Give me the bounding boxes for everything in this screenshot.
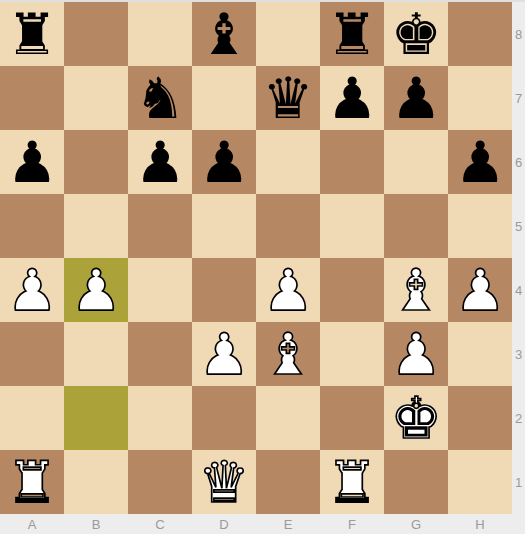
square-a5[interactable] xyxy=(0,194,64,258)
rank-labels: 87654321 xyxy=(512,2,525,514)
square-g3[interactable]: ♟ xyxy=(384,322,448,386)
square-h8[interactable] xyxy=(448,2,512,66)
square-f8[interactable]: ♜ xyxy=(320,2,384,66)
square-e3[interactable]: ♝ xyxy=(256,322,320,386)
file-label-a: A xyxy=(0,514,64,534)
square-f6[interactable] xyxy=(320,130,384,194)
piece-white-rook[interactable]: ♜ xyxy=(6,450,57,514)
piece-white-pawn[interactable]: ♟ xyxy=(70,258,121,322)
square-b1[interactable] xyxy=(64,450,128,514)
rank-label-4: 4 xyxy=(512,258,525,322)
square-a1[interactable]: ♜ xyxy=(0,450,64,514)
square-e4[interactable]: ♟ xyxy=(256,258,320,322)
square-h1[interactable] xyxy=(448,450,512,514)
square-d4[interactable] xyxy=(192,258,256,322)
square-a2[interactable] xyxy=(0,386,64,450)
square-b3[interactable] xyxy=(64,322,128,386)
piece-black-pawn[interactable]: ♟ xyxy=(454,130,505,194)
square-e7[interactable]: ♛ xyxy=(256,66,320,130)
square-e2[interactable] xyxy=(256,386,320,450)
piece-white-bishop[interactable]: ♝ xyxy=(390,258,441,322)
square-c2[interactable] xyxy=(128,386,192,450)
square-d2[interactable] xyxy=(192,386,256,450)
piece-black-bishop[interactable]: ♝ xyxy=(198,2,249,66)
piece-white-pawn[interactable]: ♟ xyxy=(390,322,441,386)
square-c6[interactable]: ♟ xyxy=(128,130,192,194)
piece-white-pawn[interactable]: ♟ xyxy=(262,258,313,322)
square-h2[interactable] xyxy=(448,386,512,450)
piece-black-king[interactable]: ♚ xyxy=(390,2,441,66)
square-a4[interactable]: ♟ xyxy=(0,258,64,322)
file-label-c: C xyxy=(128,514,192,534)
square-f1[interactable]: ♜ xyxy=(320,450,384,514)
square-g5[interactable] xyxy=(384,194,448,258)
chess-board: ♜♝♜♚♞♛♟♟♟♟♟♟♟♟♟♝♟♟♝♟♚♜♛♜ xyxy=(0,2,512,514)
file-labels: ABCDEFGH xyxy=(0,514,512,534)
square-f3[interactable] xyxy=(320,322,384,386)
square-g2[interactable]: ♚ xyxy=(384,386,448,450)
rank-label-2: 2 xyxy=(512,386,525,450)
square-c8[interactable] xyxy=(128,2,192,66)
piece-white-pawn[interactable]: ♟ xyxy=(6,258,57,322)
square-e6[interactable] xyxy=(256,130,320,194)
square-b2[interactable] xyxy=(64,386,128,450)
square-d8[interactable]: ♝ xyxy=(192,2,256,66)
square-c1[interactable] xyxy=(128,450,192,514)
piece-black-pawn[interactable]: ♟ xyxy=(198,130,249,194)
square-d1[interactable]: ♛ xyxy=(192,450,256,514)
square-c4[interactable] xyxy=(128,258,192,322)
file-label-g: G xyxy=(384,514,448,534)
chess-app-screen: ♜♝♜♚♞♛♟♟♟♟♟♟♟♟♟♝♟♟♝♟♚♜♛♜ 87654321 ABCDEF… xyxy=(0,0,525,534)
piece-white-pawn[interactable]: ♟ xyxy=(454,258,505,322)
file-label-b: B xyxy=(64,514,128,534)
square-f7[interactable]: ♟ xyxy=(320,66,384,130)
square-d6[interactable]: ♟ xyxy=(192,130,256,194)
piece-black-pawn[interactable]: ♟ xyxy=(326,66,377,130)
square-b5[interactable] xyxy=(64,194,128,258)
square-h6[interactable]: ♟ xyxy=(448,130,512,194)
square-b8[interactable] xyxy=(64,2,128,66)
bottom-strip: ABCDEFGH xyxy=(0,514,525,534)
rank-label-7: 7 xyxy=(512,66,525,130)
piece-black-knight[interactable]: ♞ xyxy=(134,66,185,130)
square-b4[interactable]: ♟ xyxy=(64,258,128,322)
piece-white-queen[interactable]: ♛ xyxy=(198,450,249,514)
file-label-d: D xyxy=(192,514,256,534)
square-e8[interactable] xyxy=(256,2,320,66)
square-c5[interactable] xyxy=(128,194,192,258)
square-g1[interactable] xyxy=(384,450,448,514)
square-a8[interactable]: ♜ xyxy=(0,2,64,66)
file-label-e: E xyxy=(256,514,320,534)
square-e1[interactable] xyxy=(256,450,320,514)
square-h7[interactable] xyxy=(448,66,512,130)
piece-white-pawn[interactable]: ♟ xyxy=(198,322,249,386)
square-f4[interactable] xyxy=(320,258,384,322)
square-h4[interactable]: ♟ xyxy=(448,258,512,322)
piece-black-pawn[interactable]: ♟ xyxy=(390,66,441,130)
square-d5[interactable] xyxy=(192,194,256,258)
piece-black-rook[interactable]: ♜ xyxy=(6,2,57,66)
square-b7[interactable] xyxy=(64,66,128,130)
square-g6[interactable] xyxy=(384,130,448,194)
file-label-f: F xyxy=(320,514,384,534)
file-label-h: H xyxy=(448,514,512,534)
rank-label-5: 5 xyxy=(512,194,525,258)
square-h3[interactable] xyxy=(448,322,512,386)
square-g7[interactable]: ♟ xyxy=(384,66,448,130)
square-c7[interactable]: ♞ xyxy=(128,66,192,130)
piece-black-pawn[interactable]: ♟ xyxy=(134,130,185,194)
square-h5[interactable] xyxy=(448,194,512,258)
piece-white-king[interactable]: ♚ xyxy=(390,386,441,450)
rank-label-1: 1 xyxy=(512,450,525,514)
piece-white-bishop[interactable]: ♝ xyxy=(262,322,313,386)
square-c3[interactable] xyxy=(128,322,192,386)
piece-white-rook[interactable]: ♜ xyxy=(326,450,377,514)
square-a6[interactable]: ♟ xyxy=(0,130,64,194)
piece-black-queen[interactable]: ♛ xyxy=(262,66,313,130)
square-a7[interactable] xyxy=(0,66,64,130)
rank-label-3: 3 xyxy=(512,322,525,386)
rank-label-8: 8 xyxy=(512,2,525,66)
rank-label-6: 6 xyxy=(512,130,525,194)
square-a3[interactable] xyxy=(0,322,64,386)
piece-black-rook[interactable]: ♜ xyxy=(326,2,377,66)
square-f2[interactable] xyxy=(320,386,384,450)
square-g8[interactable]: ♚ xyxy=(384,2,448,66)
square-e5[interactable] xyxy=(256,194,320,258)
square-b6[interactable] xyxy=(64,130,128,194)
piece-black-pawn[interactable]: ♟ xyxy=(6,130,57,194)
square-g4[interactable]: ♝ xyxy=(384,258,448,322)
square-f5[interactable] xyxy=(320,194,384,258)
square-d3[interactable]: ♟ xyxy=(192,322,256,386)
square-d7[interactable] xyxy=(192,66,256,130)
